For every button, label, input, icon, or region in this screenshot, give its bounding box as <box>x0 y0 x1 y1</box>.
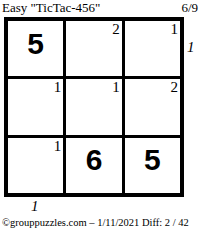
tictac-board: 5 2 1 1 1 2 1 6 <box>4 17 184 197</box>
col1-bottom-marker: 1 <box>31 199 39 214</box>
big-number: 6 <box>66 138 121 193</box>
big-number: 5 <box>125 138 180 193</box>
cell-r3c2[interactable]: 6 <box>66 138 121 193</box>
row1-right-marker: 1 <box>187 40 195 55</box>
puzzle-page: Easy "TicTac-456" 6/9 5 2 1 1 1 2 1 <box>0 0 202 233</box>
puzzle-progress: 6/9 <box>181 0 198 15</box>
cell-r2c2[interactable]: 1 <box>66 79 121 134</box>
cell-r2c1[interactable]: 1 <box>8 79 63 134</box>
big-number <box>8 138 63 193</box>
big-number <box>125 79 180 134</box>
cell-r1c1[interactable]: 5 <box>8 21 63 76</box>
big-number <box>66 21 121 76</box>
cell-r3c3[interactable]: 5 <box>125 138 180 193</box>
big-number <box>8 79 63 134</box>
copyright-footer: ©grouppuzzles.com – 1/11/2021 Diff: 2 / … <box>2 216 200 229</box>
cell-r3c1[interactable]: 1 <box>8 138 63 193</box>
cell-r1c2[interactable]: 2 <box>66 21 121 76</box>
puzzle-title: Easy "TicTac-456" <box>2 0 100 15</box>
big-number: 5 <box>8 21 63 76</box>
big-number <box>66 79 121 134</box>
cell-r2c3[interactable]: 2 <box>125 79 180 134</box>
big-number <box>125 21 180 76</box>
cell-r1c3[interactable]: 1 <box>125 21 180 76</box>
